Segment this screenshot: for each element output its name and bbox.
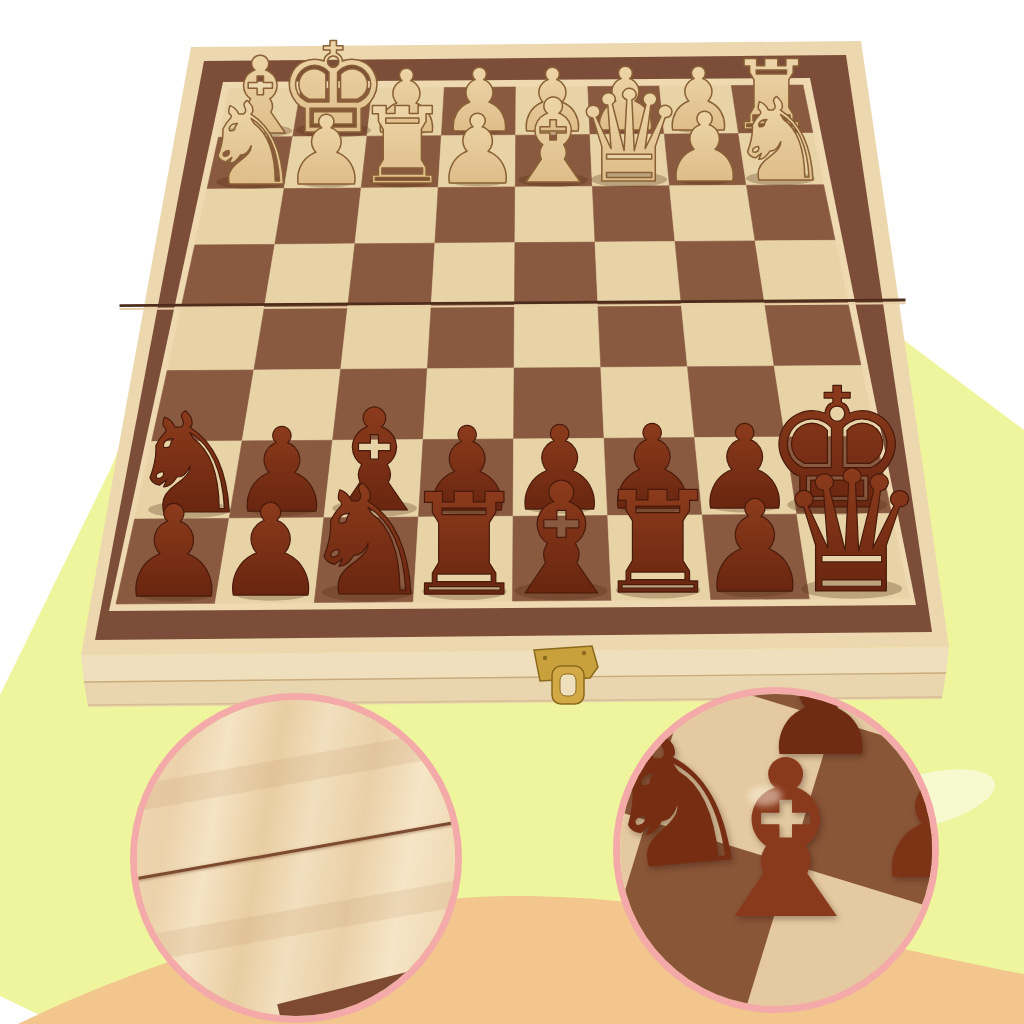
bishop-piece-closeup: ♝ bbox=[688, 732, 883, 950]
square-e4 bbox=[514, 302, 601, 368]
square-f4 bbox=[598, 302, 688, 368]
inset-pieces-closeup: ♟ ♟ ♞ ♝ bbox=[613, 687, 939, 1013]
square-g4 bbox=[681, 301, 774, 367]
clasp-screw bbox=[543, 656, 547, 660]
square-a5 bbox=[182, 244, 275, 305]
square-h5 bbox=[755, 240, 847, 301]
square-g5 bbox=[675, 241, 764, 302]
piece-dark-queen-h1: ♛ bbox=[776, 435, 927, 631]
square-c4 bbox=[341, 303, 432, 369]
square-d5 bbox=[431, 243, 515, 304]
clasp-hasp-hole bbox=[560, 674, 576, 696]
square-e5 bbox=[515, 242, 598, 303]
piece-light-knight-h7: ♞ bbox=[729, 74, 832, 207]
clasp-screw bbox=[582, 651, 586, 655]
square-f5 bbox=[595, 242, 681, 303]
square-c5 bbox=[348, 243, 435, 304]
square-d4 bbox=[427, 303, 514, 369]
square-b4 bbox=[254, 304, 348, 370]
product-photo: ♝♚♟♟♟♟♟♜♞♟♜♟♝♛♟♞♞♟♝♟♟♟♟♚♟♟♞♜♝♜♟♛ ♟ ♟ ♞ ♝ bbox=[0, 0, 1024, 1024]
square-b5 bbox=[265, 244, 355, 305]
square-a4 bbox=[167, 305, 265, 371]
inset-wood-grain bbox=[130, 693, 462, 1023]
gloss-highlight bbox=[748, 786, 782, 806]
